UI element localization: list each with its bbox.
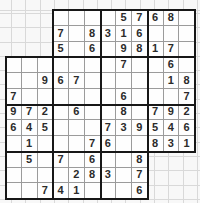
sudoku-cell-r6c2[interactable]: 2	[38, 105, 54, 121]
sudoku-cell-r10c4[interactable]: 2	[69, 168, 85, 184]
sudoku-cell-r4c8[interactable]	[132, 73, 148, 89]
grid-line-vertical	[147, 56, 149, 200]
sudoku-cell-r8c9[interactable]: 8	[148, 136, 164, 152]
sudoku-cell-r4c2[interactable]: 9	[38, 73, 54, 89]
sudoku-cell-r3c0[interactable]	[6, 57, 22, 73]
sudoku-cell-r1c9[interactable]	[148, 26, 164, 42]
sudoku-cell-r10c3[interactable]	[53, 168, 69, 184]
sudoku-cell-r9c0[interactable]	[6, 152, 22, 168]
sudoku-cell-r8c1[interactable]: 1	[22, 136, 38, 152]
sudoku-cell-r5c0[interactable]: 7	[6, 89, 22, 105]
sudoku-cell-r10c5[interactable]: 8	[85, 168, 101, 184]
sudoku-cell-r11c3[interactable]: 4	[53, 183, 69, 199]
sudoku-cell-r7c8[interactable]: 9	[132, 120, 148, 136]
sudoku-cell-r3c7[interactable]: 7	[116, 57, 132, 73]
sudoku-cell-r0c9[interactable]: 6	[148, 10, 164, 26]
sudoku-cell-r2c9[interactable]: 1	[148, 42, 164, 58]
sudoku-cell-r4c6[interactable]	[101, 73, 117, 89]
sudoku-cell-r6c6[interactable]	[101, 105, 117, 121]
sudoku-cell-r7c0[interactable]: 6	[6, 120, 22, 136]
sudoku-cell-r2c8[interactable]: 8	[132, 42, 148, 58]
sudoku-cell-r5c9[interactable]	[148, 89, 164, 105]
sudoku-cell-r9c2[interactable]	[38, 152, 54, 168]
sudoku-cell-r4c7[interactable]	[116, 73, 132, 89]
sudoku-cell-r4c9[interactable]	[148, 73, 164, 89]
sudoku-cell-r4c10[interactable]: 1	[164, 73, 180, 89]
sudoku-cell-r10c1[interactable]	[22, 168, 38, 184]
sudoku-board: 5768783165698177696718767972687926457395…	[6, 10, 195, 199]
sudoku-cell-r3c6[interactable]	[101, 57, 117, 73]
sudoku-cell-r1c6[interactable]: 3	[101, 26, 117, 42]
sudoku-cell-r6c10[interactable]: 9	[164, 105, 180, 121]
sudoku-cell-r10c6[interactable]: 3	[101, 168, 117, 184]
sudoku-cell-r7c5[interactable]	[85, 120, 101, 136]
sudoku-cell-r3c1[interactable]	[22, 57, 38, 73]
sudoku-cell-r4c1[interactable]	[22, 73, 38, 89]
sudoku-cell-r8c7[interactable]	[116, 136, 132, 152]
sudoku-cell-r7c11[interactable]: 6	[179, 120, 195, 136]
sudoku-cell-r11c4[interactable]: 1	[69, 183, 85, 199]
sudoku-cell-r8c5[interactable]: 7	[85, 136, 101, 152]
sudoku-cell-r6c1[interactable]: 7	[22, 105, 38, 121]
sudoku-cell-r2c5[interactable]: 6	[85, 42, 101, 58]
grid-line-vertical	[5, 56, 7, 200]
sudoku-cell-r6c0[interactable]: 9	[6, 105, 22, 121]
sudoku-cell-r8c0[interactable]	[6, 136, 22, 152]
sudoku-cell-r11c5[interactable]	[85, 183, 101, 199]
sudoku-cell-r7c10[interactable]: 4	[164, 120, 180, 136]
sudoku-cell-r3c3[interactable]	[53, 57, 69, 73]
sudoku-cell-r10c7[interactable]	[116, 168, 132, 184]
sudoku-cell-r1c7[interactable]: 1	[116, 26, 132, 42]
sudoku-cell-r5c2[interactable]	[38, 89, 54, 105]
grid-line-vertical	[194, 9, 196, 153]
sudoku-cell-r2c7[interactable]: 9	[116, 42, 132, 58]
sudoku-cell-r8c8[interactable]	[132, 136, 148, 152]
sudoku-cell-r2c10[interactable]: 7	[164, 42, 180, 58]
sudoku-cell-r7c3[interactable]	[53, 120, 69, 136]
sudoku-cell-r1c3[interactable]: 7	[53, 26, 69, 42]
sudoku-cell-r5c6[interactable]	[101, 89, 117, 105]
sudoku-cell-r3c2[interactable]	[38, 57, 54, 73]
sudoku-cell-r5c5[interactable]	[85, 89, 101, 105]
sudoku-cell-r0c10[interactable]: 8	[164, 10, 180, 26]
sudoku-cell-r8c3[interactable]	[53, 136, 69, 152]
sudoku-cell-r6c4[interactable]: 6	[69, 105, 85, 121]
sudoku-cell-r1c11[interactable]	[179, 26, 195, 42]
sudoku-cell-r8c4[interactable]	[69, 136, 85, 152]
sudoku-cell-r6c3[interactable]	[53, 105, 69, 121]
sudoku-cell-r10c2[interactable]	[38, 168, 54, 184]
grid-line-horizontal	[5, 198, 149, 200]
sudoku-cell-r3c4[interactable]	[69, 57, 85, 73]
sudoku-cell-r5c7[interactable]: 6	[116, 89, 132, 105]
sudoku-cell-r6c7[interactable]: 8	[116, 105, 132, 121]
sudoku-cell-r2c3[interactable]: 5	[53, 42, 69, 58]
sudoku-cell-r3c9[interactable]	[148, 57, 164, 73]
sudoku-cell-r9c3[interactable]: 7	[53, 152, 69, 168]
sudoku-cell-r9c1[interactable]: 5	[22, 152, 38, 168]
sudoku-cell-r8c10[interactable]: 3	[164, 136, 180, 152]
sudoku-cell-r8c11[interactable]: 1	[179, 136, 195, 152]
sudoku-cell-r0c8[interactable]: 7	[132, 10, 148, 26]
sudoku-cell-r9c8[interactable]: 8	[132, 152, 148, 168]
sudoku-cell-r7c2[interactable]: 5	[38, 120, 54, 136]
sudoku-cell-r1c4[interactable]	[69, 26, 85, 42]
sudoku-cell-r9c4[interactable]	[69, 152, 85, 168]
sudoku-cell-r2c11[interactable]	[179, 42, 195, 58]
grid-line-vertical	[100, 56, 102, 200]
sudoku-cell-r5c11[interactable]: 7	[179, 89, 195, 105]
sudoku-cell-r4c4[interactable]: 7	[69, 73, 85, 89]
sudoku-cell-r2c6[interactable]	[101, 42, 117, 58]
grid-line-horizontal	[5, 56, 149, 58]
sudoku-cell-r11c8[interactable]: 6	[132, 183, 148, 199]
grid-line-horizontal	[52, 9, 196, 11]
sudoku-cell-r9c6[interactable]	[101, 152, 117, 168]
sudoku-cell-r5c3[interactable]	[53, 89, 69, 105]
sudoku-cell-r8c6[interactable]: 6	[101, 136, 117, 152]
sudoku-cell-r5c8[interactable]	[132, 89, 148, 105]
sudoku-cell-r4c3[interactable]: 6	[53, 73, 69, 89]
sudoku-cell-r0c4[interactable]	[69, 10, 85, 26]
sudoku-cell-r6c11[interactable]: 2	[179, 105, 195, 121]
sudoku-cell-r0c5[interactable]	[85, 10, 101, 26]
sudoku-cell-r7c6[interactable]: 7	[101, 120, 117, 136]
sudoku-cell-r3c11[interactable]	[179, 57, 195, 73]
sudoku-cell-r7c9[interactable]: 5	[148, 120, 164, 136]
sudoku-cell-r11c7[interactable]	[116, 183, 132, 199]
grid-line-horizontal	[5, 104, 149, 106]
sudoku-cell-r1c8[interactable]: 6	[132, 26, 148, 42]
sudoku-cell-r9c7[interactable]	[116, 152, 132, 168]
sudoku-cell-r10c8[interactable]: 7	[132, 168, 148, 184]
puzzle-canvas: 5768783165698177696718767972687926457395…	[0, 0, 200, 203]
grid-line-horizontal	[5, 151, 149, 153]
sudoku-cell-r4c0[interactable]	[6, 73, 22, 89]
sudoku-cell-r0c6[interactable]	[101, 10, 117, 26]
sudoku-cell-r1c5[interactable]: 8	[85, 26, 101, 42]
sudoku-cell-r0c7[interactable]: 5	[116, 10, 132, 26]
sudoku-cell-r4c11[interactable]: 8	[179, 73, 195, 89]
sudoku-cell-r3c5[interactable]	[85, 57, 101, 73]
sudoku-cell-r0c11[interactable]	[179, 10, 195, 26]
sudoku-cell-r11c0[interactable]	[6, 183, 22, 199]
sudoku-cell-r3c10[interactable]: 6	[164, 57, 180, 73]
sudoku-cell-r6c9[interactable]: 7	[148, 105, 164, 121]
sudoku-cell-r4c5[interactable]	[85, 73, 101, 89]
sudoku-cell-r8c2[interactable]	[38, 136, 54, 152]
sudoku-cell-r5c4[interactable]	[69, 89, 85, 105]
grid-line-vertical	[52, 56, 54, 200]
sudoku-cell-r9c5[interactable]: 6	[85, 152, 101, 168]
sudoku-cell-r1c10[interactable]	[164, 26, 180, 42]
sudoku-cell-r6c5[interactable]	[85, 105, 101, 121]
sudoku-cell-r6c8[interactable]	[132, 105, 148, 121]
sudoku-cell-r7c4[interactable]	[69, 120, 85, 136]
sudoku-cell-r11c2[interactable]: 7	[38, 183, 54, 199]
sudoku-cell-r10c0[interactable]	[6, 168, 22, 184]
sudoku-cell-r3c8[interactable]	[132, 57, 148, 73]
sudoku-cell-r2c4[interactable]	[69, 42, 85, 58]
sudoku-cell-r11c1[interactable]	[22, 183, 38, 199]
sudoku-cell-r5c1[interactable]	[22, 89, 38, 105]
sudoku-cell-r0c3[interactable]	[53, 10, 69, 26]
sudoku-cell-r7c7[interactable]: 3	[116, 120, 132, 136]
sudoku-cell-r5c10[interactable]	[164, 89, 180, 105]
sudoku-cell-r7c1[interactable]: 4	[22, 120, 38, 136]
sudoku-cell-r11c6[interactable]	[101, 183, 117, 199]
